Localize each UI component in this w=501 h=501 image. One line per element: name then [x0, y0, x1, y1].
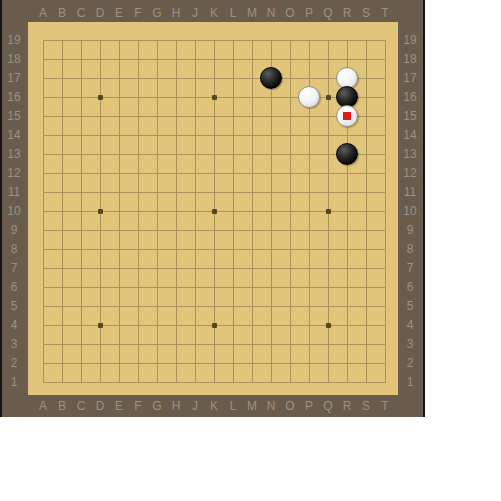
stone-black-R13[interactable] — [336, 143, 358, 165]
stones-layer — [0, 0, 425, 417]
last-move-marker-icon — [343, 112, 351, 120]
go-board[interactable]: ABCDEFGHJKLMNOPQRST ABCDEFGHJKLMNOPQRST … — [0, 0, 425, 417]
stone-white-P16[interactable] — [298, 86, 320, 108]
stone-black-N17[interactable] — [260, 67, 282, 89]
stone-white-R15[interactable] — [336, 105, 358, 127]
